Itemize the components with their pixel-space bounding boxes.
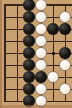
- white-stone: [47, 71, 59, 83]
- white-stone: [59, 11, 71, 23]
- black-stone: [23, 35, 35, 47]
- black-stone: [47, 23, 59, 35]
- white-stone: [35, 23, 47, 35]
- black-stone: [59, 47, 71, 59]
- black-stone: [23, 83, 35, 95]
- white-stone: [35, 0, 47, 11]
- black-stone: [23, 0, 35, 11]
- white-stone: [59, 83, 71, 95]
- black-stone: [35, 71, 47, 83]
- white-stone: [35, 11, 47, 23]
- white-stone: [35, 47, 47, 59]
- black-stone: [23, 47, 35, 59]
- white-stone: [35, 83, 47, 95]
- black-stone: [23, 11, 35, 23]
- black-stone: [23, 59, 35, 71]
- go-board: [0, 0, 72, 108]
- black-stone: [23, 23, 35, 35]
- white-stone: [35, 35, 47, 47]
- black-stone: [59, 23, 71, 35]
- grid-line-vertical: [4, 4, 6, 102]
- white-stone: [59, 59, 71, 71]
- black-stone: [23, 95, 35, 107]
- grid-line-vertical: [17, 4, 18, 102]
- white-stone: [35, 95, 47, 107]
- board-left-edge-shade: [0, 0, 2, 108]
- black-stone: [23, 71, 35, 83]
- white-stone: [35, 59, 47, 71]
- star-point-tengen: [52, 52, 55, 55]
